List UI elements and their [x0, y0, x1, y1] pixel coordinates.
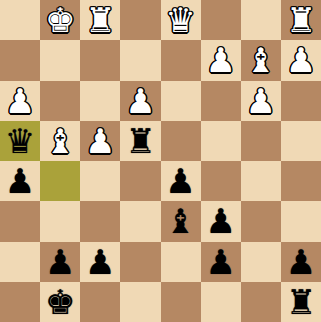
square-c1[interactable] [201, 0, 241, 40]
square-a2[interactable]: ♟ [281, 40, 321, 80]
square-h7[interactable] [0, 242, 40, 282]
black-pawn[interactable]: ♟ [205, 245, 235, 279]
square-f6[interactable] [80, 201, 120, 241]
square-c7[interactable]: ♟ [201, 242, 241, 282]
square-e3[interactable]: ♟ [120, 81, 160, 121]
black-king[interactable]: ♚ [45, 285, 75, 319]
square-b5[interactable] [241, 161, 281, 201]
white-bishop[interactable]: ♝ [45, 124, 75, 158]
black-pawn[interactable]: ♟ [165, 164, 195, 198]
square-d8[interactable] [161, 282, 201, 322]
square-b1[interactable] [241, 0, 281, 40]
square-h2[interactable] [0, 40, 40, 80]
square-g5[interactable] [40, 161, 80, 201]
square-f4[interactable]: ♟ [80, 121, 120, 161]
square-c8[interactable] [201, 282, 241, 322]
white-pawn[interactable]: ♟ [5, 84, 35, 118]
white-rook[interactable]: ♜ [286, 3, 316, 37]
square-f2[interactable] [80, 40, 120, 80]
black-pawn[interactable]: ♟ [205, 204, 235, 238]
square-f7[interactable]: ♟ [80, 242, 120, 282]
black-rook[interactable]: ♜ [286, 285, 316, 319]
square-d7[interactable] [161, 242, 201, 282]
square-b6[interactable] [241, 201, 281, 241]
square-c6[interactable]: ♟ [201, 201, 241, 241]
white-bishop[interactable]: ♝ [246, 43, 276, 77]
square-a8[interactable]: ♜ [281, 282, 321, 322]
square-e6[interactable] [120, 201, 160, 241]
square-g4[interactable]: ♝ [40, 121, 80, 161]
square-h5[interactable]: ♟ [0, 161, 40, 201]
square-g1[interactable]: ♚ [40, 0, 80, 40]
square-h1[interactable] [0, 0, 40, 40]
square-c3[interactable] [201, 81, 241, 121]
square-f5[interactable] [80, 161, 120, 201]
square-e1[interactable] [120, 0, 160, 40]
square-d1[interactable]: ♛ [161, 0, 201, 40]
square-a1[interactable]: ♜ [281, 0, 321, 40]
black-pawn[interactable]: ♟ [286, 245, 316, 279]
square-d2[interactable] [161, 40, 201, 80]
square-b2[interactable]: ♝ [241, 40, 281, 80]
square-e7[interactable] [120, 242, 160, 282]
square-f1[interactable]: ♜ [80, 0, 120, 40]
black-bishop[interactable]: ♝ [165, 204, 195, 238]
square-d4[interactable] [161, 121, 201, 161]
white-pawn[interactable]: ♟ [246, 84, 276, 118]
square-c2[interactable]: ♟ [201, 40, 241, 80]
square-h8[interactable] [0, 282, 40, 322]
square-e5[interactable] [120, 161, 160, 201]
square-g2[interactable] [40, 40, 80, 80]
square-d5[interactable]: ♟ [161, 161, 201, 201]
square-f3[interactable] [80, 81, 120, 121]
white-queen[interactable]: ♛ [165, 3, 195, 37]
square-g3[interactable] [40, 81, 80, 121]
square-a7[interactable]: ♟ [281, 242, 321, 282]
square-a6[interactable] [281, 201, 321, 241]
square-g6[interactable] [40, 201, 80, 241]
square-a5[interactable] [281, 161, 321, 201]
square-f8[interactable] [80, 282, 120, 322]
square-b7[interactable] [241, 242, 281, 282]
square-d3[interactable] [161, 81, 201, 121]
square-a4[interactable] [281, 121, 321, 161]
square-g8[interactable]: ♚ [40, 282, 80, 322]
square-g7[interactable]: ♟ [40, 242, 80, 282]
square-b4[interactable] [241, 121, 281, 161]
black-rook[interactable]: ♜ [125, 124, 155, 158]
black-pawn[interactable]: ♟ [85, 245, 115, 279]
square-a3[interactable] [281, 81, 321, 121]
square-c5[interactable] [201, 161, 241, 201]
white-rook[interactable]: ♜ [85, 3, 115, 37]
square-d6[interactable]: ♝ [161, 201, 201, 241]
white-pawn[interactable]: ♟ [85, 124, 115, 158]
black-queen[interactable]: ♛ [5, 124, 35, 158]
square-b3[interactable]: ♟ [241, 81, 281, 121]
white-pawn[interactable]: ♟ [205, 43, 235, 77]
square-b8[interactable] [241, 282, 281, 322]
square-h6[interactable] [0, 201, 40, 241]
white-pawn[interactable]: ♟ [286, 43, 316, 77]
black-pawn[interactable]: ♟ [5, 164, 35, 198]
white-king[interactable]: ♚ [45, 3, 75, 37]
square-e8[interactable] [120, 282, 160, 322]
square-e2[interactable] [120, 40, 160, 80]
square-e4[interactable]: ♜ [120, 121, 160, 161]
white-pawn[interactable]: ♟ [125, 84, 155, 118]
square-c4[interactable] [201, 121, 241, 161]
square-h3[interactable]: ♟ [0, 81, 40, 121]
square-h4[interactable]: ♛ [0, 121, 40, 161]
chess-board: ♚♜♛♜♟♝♟♟♟♟♛♝♟♜♟♟♝♟♟♟♟♟♚♜ [0, 0, 321, 322]
black-pawn[interactable]: ♟ [45, 245, 75, 279]
